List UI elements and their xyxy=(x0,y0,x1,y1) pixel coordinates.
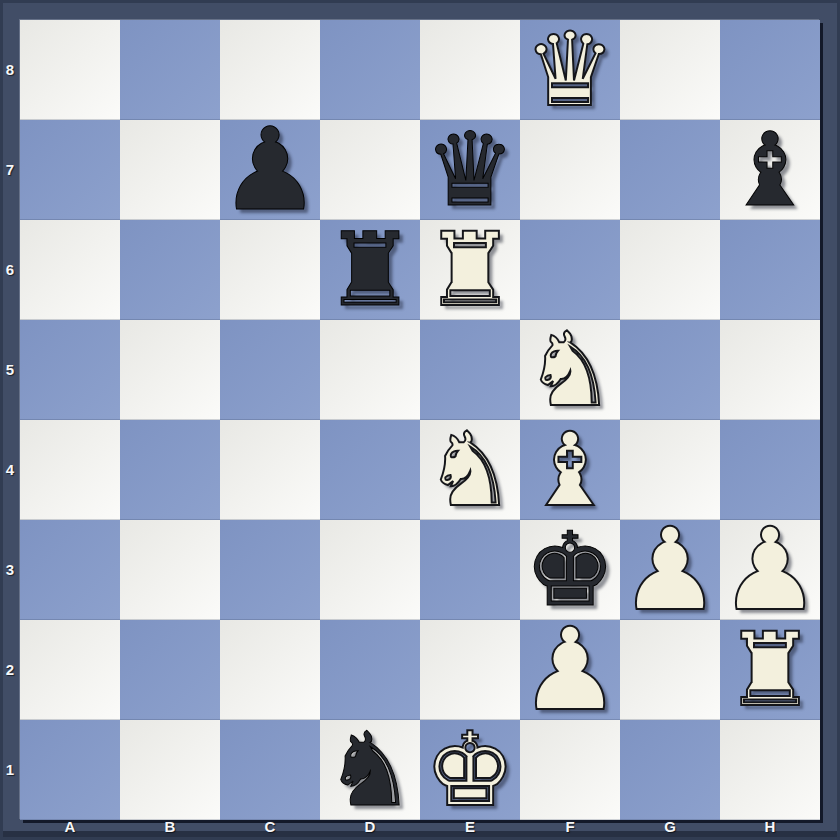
square-g5[interactable] xyxy=(620,320,720,420)
file-label-d: D xyxy=(320,820,420,833)
square-a7[interactable] xyxy=(20,120,120,220)
chess-board: ♛♟♛♝♜♜♞♞♝♚♟♟♟♜♞♚ xyxy=(20,20,820,820)
square-h8[interactable] xyxy=(720,20,820,120)
rank-label-5: 5 xyxy=(0,320,20,420)
chess-board-frame: ♛♟♛♝♜♜♞♞♝♚♟♟♟♜♞♚ 87654321ABCDEFGH xyxy=(0,0,840,840)
piece-black-knight[interactable]: ♞ xyxy=(324,719,415,821)
square-e6[interactable]: ♜ xyxy=(420,220,520,320)
square-d5[interactable] xyxy=(320,320,420,420)
square-a8[interactable] xyxy=(20,20,120,120)
square-d3[interactable] xyxy=(320,520,420,620)
piece-white-pawn[interactable]: ♟ xyxy=(519,613,621,727)
square-a6[interactable] xyxy=(20,220,120,320)
square-c4[interactable] xyxy=(220,420,320,520)
square-d4[interactable] xyxy=(320,420,420,520)
file-label-b: B xyxy=(120,820,220,833)
square-c2[interactable] xyxy=(220,620,320,720)
square-e3[interactable] xyxy=(420,520,520,620)
square-e4[interactable]: ♞ xyxy=(420,420,520,520)
square-g6[interactable] xyxy=(620,220,720,320)
square-e8[interactable] xyxy=(420,20,520,120)
square-c3[interactable] xyxy=(220,520,320,620)
square-b3[interactable] xyxy=(120,520,220,620)
rank-label-7: 7 xyxy=(0,120,20,220)
rank-label-4: 4 xyxy=(0,420,20,520)
piece-white-rook[interactable]: ♜ xyxy=(424,219,515,321)
file-label-c: C xyxy=(220,820,320,833)
square-d2[interactable] xyxy=(320,620,420,720)
square-g1[interactable] xyxy=(620,720,720,820)
square-a3[interactable] xyxy=(20,520,120,620)
file-label-g: G xyxy=(620,820,720,833)
square-c7[interactable]: ♟ xyxy=(220,120,320,220)
square-c5[interactable] xyxy=(220,320,320,420)
square-e5[interactable] xyxy=(420,320,520,420)
rank-label-2: 2 xyxy=(0,620,20,720)
piece-white-pawn[interactable]: ♟ xyxy=(619,513,721,627)
rank-label-1: 1 xyxy=(0,720,20,820)
file-label-f: F xyxy=(520,820,620,833)
square-g7[interactable] xyxy=(620,120,720,220)
piece-black-rook[interactable]: ♜ xyxy=(324,219,415,321)
square-b7[interactable] xyxy=(120,120,220,220)
piece-white-knight[interactable]: ♞ xyxy=(424,419,515,521)
square-d8[interactable] xyxy=(320,20,420,120)
square-c6[interactable] xyxy=(220,220,320,320)
file-label-a: A xyxy=(20,820,120,833)
square-b4[interactable] xyxy=(120,420,220,520)
square-a4[interactable] xyxy=(20,420,120,520)
square-d1[interactable]: ♞ xyxy=(320,720,420,820)
square-e2[interactable] xyxy=(420,620,520,720)
square-h7[interactable]: ♝ xyxy=(720,120,820,220)
square-b2[interactable] xyxy=(120,620,220,720)
square-b1[interactable] xyxy=(120,720,220,820)
rank-label-6: 6 xyxy=(0,220,20,320)
rank-label-3: 3 xyxy=(0,520,20,620)
square-f7[interactable] xyxy=(520,120,620,220)
piece-black-pawn[interactable]: ♟ xyxy=(219,113,321,227)
square-a5[interactable] xyxy=(20,320,120,420)
square-f1[interactable] xyxy=(520,720,620,820)
square-h5[interactable] xyxy=(720,320,820,420)
square-f6[interactable] xyxy=(520,220,620,320)
file-label-h: H xyxy=(720,820,820,833)
square-d6[interactable]: ♜ xyxy=(320,220,420,320)
square-f2[interactable]: ♟ xyxy=(520,620,620,720)
square-g2[interactable] xyxy=(620,620,720,720)
square-c1[interactable] xyxy=(220,720,320,820)
square-a2[interactable] xyxy=(20,620,120,720)
square-b6[interactable] xyxy=(120,220,220,320)
rank-label-8: 8 xyxy=(0,20,20,120)
square-e1[interactable]: ♚ xyxy=(420,720,520,820)
square-g3[interactable]: ♟ xyxy=(620,520,720,620)
piece-white-rook[interactable]: ♜ xyxy=(724,619,815,721)
square-a1[interactable] xyxy=(20,720,120,820)
square-g8[interactable] xyxy=(620,20,720,120)
piece-black-queen[interactable]: ♛ xyxy=(424,119,515,221)
square-d7[interactable] xyxy=(320,120,420,220)
piece-white-king[interactable]: ♚ xyxy=(424,719,515,821)
square-f5[interactable]: ♞ xyxy=(520,320,620,420)
square-f8[interactable]: ♛ xyxy=(520,20,620,120)
square-f4[interactable]: ♝ xyxy=(520,420,620,520)
square-h6[interactable] xyxy=(720,220,820,320)
piece-white-queen[interactable]: ♛ xyxy=(524,19,615,121)
piece-black-bishop[interactable]: ♝ xyxy=(724,119,815,221)
square-b8[interactable] xyxy=(120,20,220,120)
square-e7[interactable]: ♛ xyxy=(420,120,520,220)
square-h2[interactable]: ♜ xyxy=(720,620,820,720)
piece-white-bishop[interactable]: ♝ xyxy=(524,419,615,521)
square-b5[interactable] xyxy=(120,320,220,420)
file-label-e: E xyxy=(420,820,520,833)
square-h1[interactable] xyxy=(720,720,820,820)
square-h3[interactable]: ♟ xyxy=(720,520,820,620)
piece-white-knight[interactable]: ♞ xyxy=(524,319,615,421)
